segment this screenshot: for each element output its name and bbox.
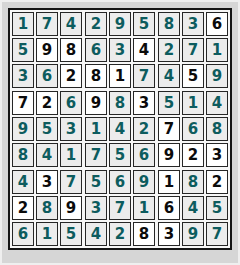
cell-r7c1[interactable]: 4: [12, 170, 34, 194]
cell-r7c7[interactable]: 1: [158, 170, 180, 194]
cell-r3c2[interactable]: 6: [36, 64, 58, 88]
cell-r5c4[interactable]: 1: [85, 117, 107, 141]
cell-r1c6[interactable]: 5: [133, 12, 155, 36]
cell-r8c1[interactable]: 2: [12, 196, 34, 220]
cell-r5c7[interactable]: 7: [158, 117, 180, 141]
cell-r8c8[interactable]: 4: [182, 196, 204, 220]
cell-r4c8[interactable]: 1: [182, 91, 204, 115]
cell-r3c1[interactable]: 3: [12, 64, 34, 88]
cell-r9c3[interactable]: 5: [60, 222, 82, 246]
cell-r2c8[interactable]: 7: [182, 38, 204, 62]
sudoku-board: 1745983622956348178362714597269538419831…: [8, 8, 232, 250]
cell-r7c6[interactable]: 9: [133, 170, 155, 194]
cell-r2c1[interactable]: 5: [12, 38, 34, 62]
cell-r2c4[interactable]: 6: [85, 38, 107, 62]
cell-r5c8[interactable]: 6: [182, 117, 204, 141]
cell-r3c9[interactable]: 9: [206, 64, 228, 88]
cell-r4c5[interactable]: 8: [109, 91, 131, 115]
cell-r5c3[interactable]: 3: [60, 117, 82, 141]
cell-r7c8[interactable]: 8: [182, 170, 204, 194]
sudoku-box-9: 182645397: [158, 170, 228, 246]
cell-r3c5[interactable]: 1: [109, 64, 131, 88]
cell-r7c5[interactable]: 6: [109, 170, 131, 194]
cell-r3c7[interactable]: 4: [158, 64, 180, 88]
cell-r9c5[interactable]: 2: [109, 222, 131, 246]
cell-r9c4[interactable]: 4: [85, 222, 107, 246]
cell-r7c9[interactable]: 2: [206, 170, 228, 194]
cell-r6c7[interactable]: 9: [158, 143, 180, 167]
sudoku-box-2: 295634817: [85, 12, 155, 88]
cell-r8c3[interactable]: 9: [60, 196, 82, 220]
cell-r4c3[interactable]: 6: [60, 91, 82, 115]
cell-r6c8[interactable]: 2: [182, 143, 204, 167]
cell-r6c3[interactable]: 1: [60, 143, 82, 167]
cell-r1c8[interactable]: 3: [182, 12, 204, 36]
cell-r4c6[interactable]: 3: [133, 91, 155, 115]
cell-r8c2[interactable]: 8: [36, 196, 58, 220]
cell-r6c1[interactable]: 8: [12, 143, 34, 167]
cell-r2c3[interactable]: 8: [60, 38, 82, 62]
cell-r9c6[interactable]: 8: [133, 222, 155, 246]
cell-r6c9[interactable]: 3: [206, 143, 228, 167]
cell-r8c6[interactable]: 1: [133, 196, 155, 220]
cell-r1c4[interactable]: 2: [85, 12, 107, 36]
cell-r2c5[interactable]: 3: [109, 38, 131, 62]
cell-r2c2[interactable]: 9: [36, 38, 58, 62]
sudoku-box-6: 514768923: [158, 91, 228, 167]
cell-r5c2[interactable]: 5: [36, 117, 58, 141]
sudoku-box-1: 174598362: [12, 12, 82, 88]
cell-r8c5[interactable]: 7: [109, 196, 131, 220]
sudoku-app-window: { "game": "sudoku", "grid_size": "9x9", …: [0, 0, 240, 265]
cell-r6c4[interactable]: 7: [85, 143, 107, 167]
cell-r3c8[interactable]: 5: [182, 64, 204, 88]
cell-r3c3[interactable]: 2: [60, 64, 82, 88]
cell-r5c6[interactable]: 2: [133, 117, 155, 141]
sudoku-box-8: 569371428: [85, 170, 155, 246]
cell-r6c5[interactable]: 5: [109, 143, 131, 167]
cell-r3c4[interactable]: 8: [85, 64, 107, 88]
cell-r5c9[interactable]: 8: [206, 117, 228, 141]
cell-r4c4[interactable]: 9: [85, 91, 107, 115]
cell-r6c2[interactable]: 4: [36, 143, 58, 167]
cell-r1c7[interactable]: 8: [158, 12, 180, 36]
cell-r9c2[interactable]: 1: [36, 222, 58, 246]
cell-r7c4[interactable]: 5: [85, 170, 107, 194]
cell-r7c3[interactable]: 7: [60, 170, 82, 194]
cell-r4c7[interactable]: 5: [158, 91, 180, 115]
cell-r1c3[interactable]: 4: [60, 12, 82, 36]
cell-r3c6[interactable]: 7: [133, 64, 155, 88]
cell-r2c6[interactable]: 4: [133, 38, 155, 62]
cell-r4c1[interactable]: 7: [12, 91, 34, 115]
sudoku-box-4: 726953841: [12, 91, 82, 167]
cell-r8c9[interactable]: 5: [206, 196, 228, 220]
cell-r8c4[interactable]: 3: [85, 196, 107, 220]
cell-r9c8[interactable]: 9: [182, 222, 204, 246]
cell-r2c9[interactable]: 1: [206, 38, 228, 62]
cell-r2c7[interactable]: 2: [158, 38, 180, 62]
cell-r9c7[interactable]: 3: [158, 222, 180, 246]
cell-r5c5[interactable]: 4: [109, 117, 131, 141]
cell-r1c9[interactable]: 6: [206, 12, 228, 36]
cell-r1c1[interactable]: 1: [12, 12, 34, 36]
sudoku-box-3: 836271459: [158, 12, 228, 88]
cell-r4c2[interactable]: 2: [36, 91, 58, 115]
cell-r4c9[interactable]: 4: [206, 91, 228, 115]
cell-r7c2[interactable]: 3: [36, 170, 58, 194]
sudoku-box-5: 983142756: [85, 91, 155, 167]
cell-r5c1[interactable]: 9: [12, 117, 34, 141]
sudoku-box-7: 437289615: [12, 170, 82, 246]
cell-r9c9[interactable]: 7: [206, 222, 228, 246]
cell-r9c1[interactable]: 6: [12, 222, 34, 246]
cell-r6c6[interactable]: 6: [133, 143, 155, 167]
cell-r1c5[interactable]: 9: [109, 12, 131, 36]
cell-r1c2[interactable]: 7: [36, 12, 58, 36]
cell-r8c7[interactable]: 6: [158, 196, 180, 220]
